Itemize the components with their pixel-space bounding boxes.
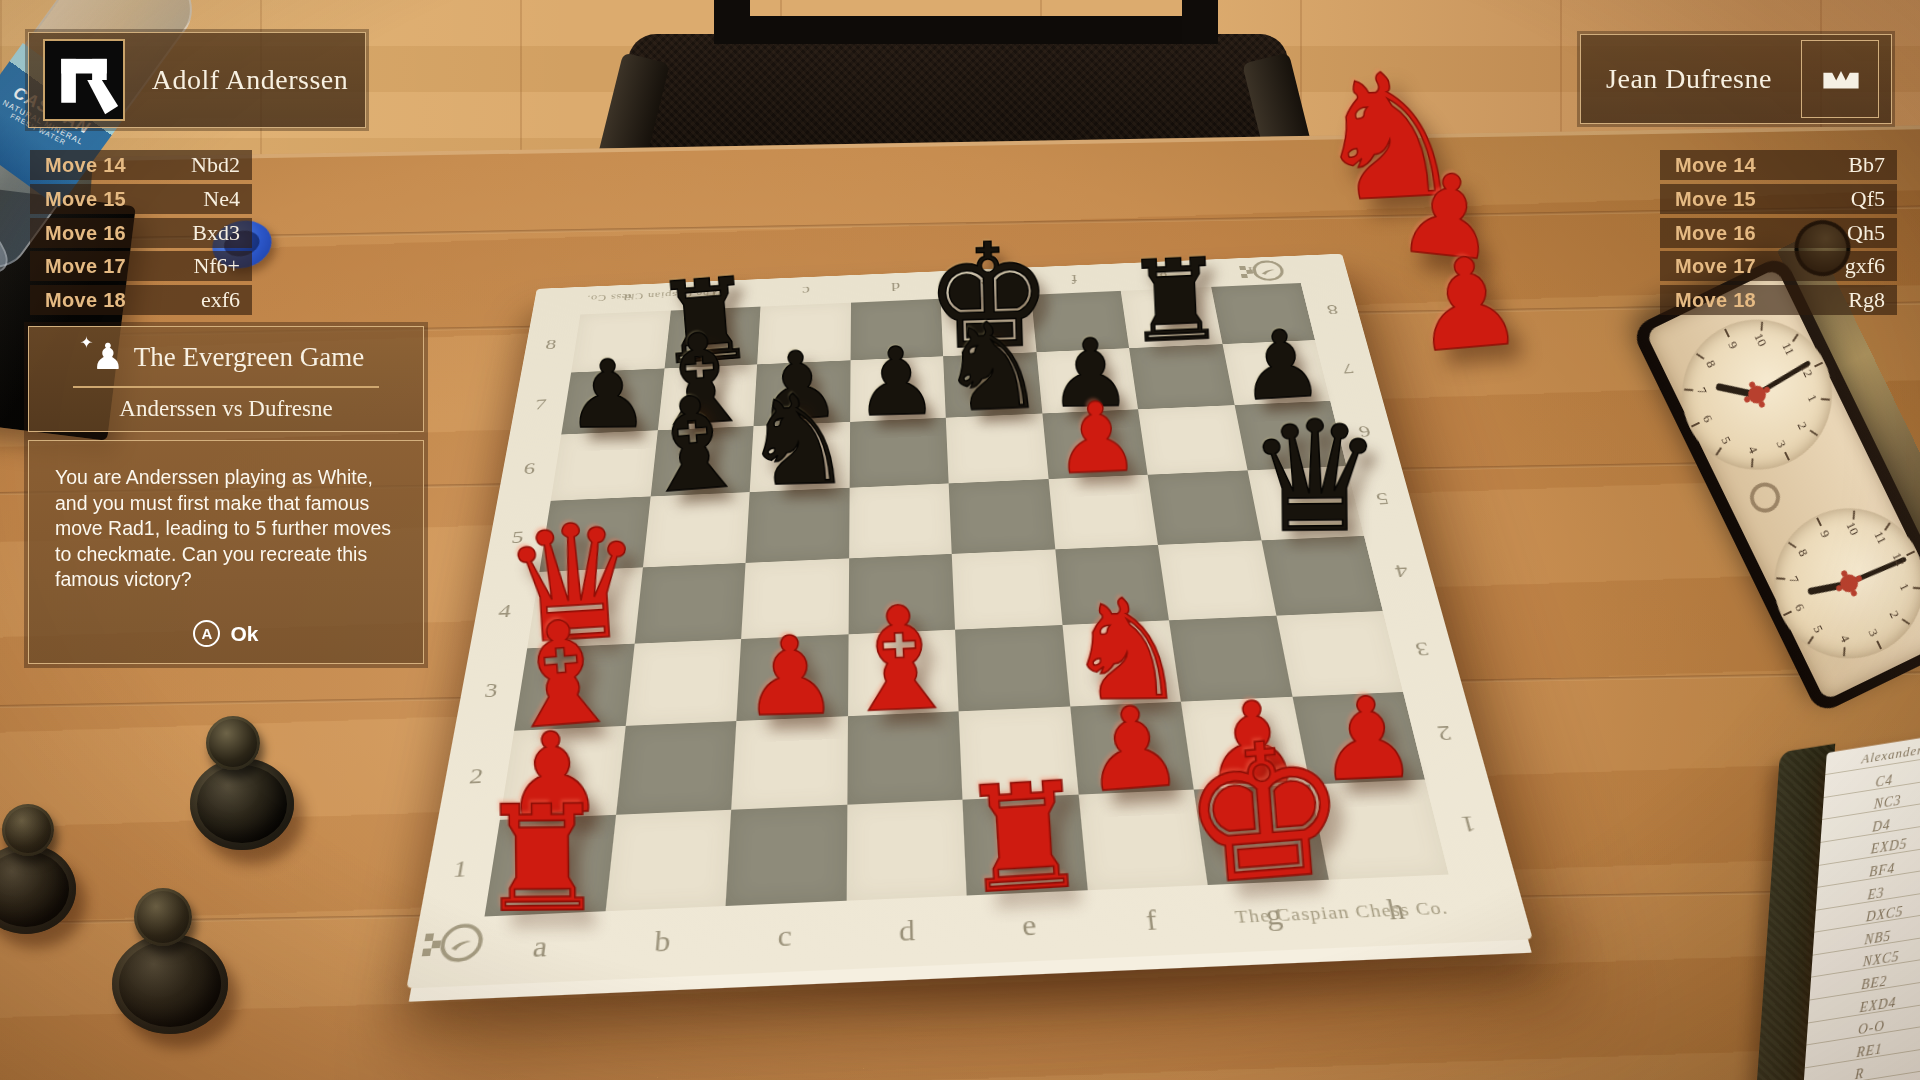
move-row-white-move-18[interactable]: Move 18exf6: [30, 285, 252, 315]
move-row-white-move-16[interactable]: Move 16Bxd3: [30, 218, 252, 248]
gamepad-a-icon: A: [193, 620, 220, 647]
clock-tick: [1715, 447, 1722, 456]
clock-tick: [1816, 517, 1822, 526]
player-name-white: Adolf Anderssen: [141, 64, 359, 96]
move-row-black-move-17[interactable]: Move 17gxf6: [1660, 251, 1897, 281]
move-number-label: Move 16: [1660, 222, 1756, 245]
move-number-label: Move 17: [1660, 255, 1756, 278]
clock-tick: [1807, 636, 1814, 645]
red-pawn-f6[interactable]: ♟: [1018, 387, 1177, 490]
move-row-black-move-16[interactable]: Move 16Qh5: [1660, 218, 1897, 248]
challenge-description: You are Anderssen playing as White, and …: [29, 441, 423, 593]
move-number-label: Move 16: [30, 222, 126, 245]
clock-numeral: 3: [1862, 622, 1883, 643]
clock-numeral: 2: [1792, 415, 1813, 436]
clock-tick: [1876, 640, 1882, 649]
crown-icon: [1821, 65, 1861, 95]
clock-tick: [1784, 452, 1790, 461]
move-san: Rg8: [1848, 287, 1897, 313]
black-queen-h5[interactable]: ♛: [1234, 401, 1396, 555]
challenge-description-panel: You are Anderssen playing as White, and …: [28, 440, 424, 664]
clock-numeral: 3: [1770, 433, 1791, 454]
clock-tick: [1902, 618, 1911, 625]
clock-numeral: 4: [1835, 628, 1856, 649]
red-king-g1[interactable]: ♚: [1164, 713, 1366, 913]
move-san: Nbd2: [191, 152, 252, 178]
move-row-black-move-15[interactable]: Move 15Qf5: [1660, 184, 1897, 214]
move-row-white-move-14[interactable]: Move 14Nbd2: [30, 150, 252, 180]
move-row-black-move-14[interactable]: Move 14Bb7: [1660, 150, 1897, 180]
crown-icon-frame: [1801, 40, 1879, 118]
clock-tick: [1783, 611, 1792, 617]
clock-numeral: 8: [1701, 353, 1722, 374]
clock-numeral: 4: [1742, 439, 1763, 460]
chair-top-rail: [735, 16, 1209, 44]
clock-tick: [1906, 550, 1915, 556]
move-number-label: Move 17: [30, 255, 126, 278]
move-number-label: Move 14: [30, 154, 126, 177]
score-notepad: Alexander K C4NC3D4EXD5BF4E3DXC5NB5NXC5B…: [1770, 717, 1920, 1080]
challenge-title: The Evergreen Game: [134, 342, 364, 373]
move-number-label: Move 14: [1660, 154, 1756, 177]
chair-post-left: [714, 0, 750, 44]
wind-key-ring: [1745, 478, 1785, 518]
move-number-label: Move 18: [1660, 289, 1756, 312]
challenge-title-panel: ✦♟ The Evergreen Game Anderssen vs Dufre…: [28, 326, 424, 432]
publisher-logo-glyph: [45, 41, 123, 119]
clock-tick: [1843, 647, 1846, 656]
clock-tick: [1691, 422, 1700, 428]
clock-numeral: 9: [1722, 334, 1743, 355]
clock-tick: [1776, 577, 1785, 580]
pawn-star-icon: ✦♟: [88, 337, 122, 377]
challenge-subtitle: Anderssen vs Dufresne: [29, 396, 423, 422]
clock-tick: [1684, 389, 1693, 392]
player-card-black: Jean Dufresne: [1580, 34, 1892, 124]
move-san: Ne4: [203, 186, 252, 212]
square-e5[interactable]: [949, 479, 1055, 554]
move-row-white-move-17[interactable]: Move 17Nf6+: [30, 251, 252, 281]
move-san: exf6: [201, 287, 252, 313]
clock-numeral: 12: [1796, 360, 1817, 381]
board-mat: aabbccddeeffgghh1122334455667788The Casp…: [406, 254, 1533, 989]
move-row-black-move-18[interactable]: Move 18Rg8: [1660, 285, 1897, 315]
player-card-white: Adolf Anderssen: [28, 32, 366, 128]
player-name-black: Jean Dufresne: [1591, 63, 1787, 95]
clock-numeral: 10: [1842, 518, 1863, 539]
clock-numeral: 7: [1691, 380, 1712, 401]
red-rook-e1[interactable]: ♜: [926, 760, 1123, 917]
clock-numeral: 6: [1697, 408, 1718, 429]
divider: [73, 386, 379, 388]
move-number-label: Move 15: [1660, 188, 1756, 211]
move-row-white-move-15[interactable]: Move 15Ne4: [30, 184, 252, 214]
clock-numeral: 11: [1869, 527, 1890, 548]
red-bishop-d3[interactable]: ♝: [811, 584, 990, 734]
move-number-label: Move 15: [30, 188, 126, 211]
clock-numeral: 9: [1814, 523, 1835, 544]
game-scene: STILL CASPIAN NATURAL MINERAL FRESH WATE…: [0, 0, 1920, 1080]
move-san: Bxd3: [192, 220, 252, 246]
clock-tick: [1810, 430, 1819, 437]
move-number-label: Move 18: [30, 289, 126, 312]
clock-numeral: 2: [1884, 603, 1905, 624]
clock-tick: [1724, 329, 1730, 338]
clock-tick: [1788, 542, 1797, 549]
clock-numeral: 1: [1893, 577, 1914, 598]
square-c1[interactable]: [726, 805, 847, 906]
clock-numeral: 7: [1784, 569, 1805, 590]
clock-tick: [1884, 522, 1891, 531]
red-rook-a1[interactable]: ♜: [447, 786, 636, 933]
clock-numeral: 1: [1801, 388, 1822, 409]
clock-hub: [1837, 571, 1861, 595]
clock-numeral: 10: [1750, 329, 1771, 350]
move-san: Bb7: [1848, 152, 1897, 178]
move-san: Qh5: [1847, 220, 1897, 246]
clock-numeral: 11: [1777, 338, 1798, 359]
clock-numeral: 6: [1789, 597, 1810, 618]
ok-button[interactable]: A Ok: [29, 620, 423, 647]
chessboard: aabbccddeeffgghh1122334455667788The Casp…: [463, 100, 1440, 1020]
file-label-bottom-c: c: [722, 901, 846, 973]
move-san: Nf6+: [193, 253, 252, 279]
move-san: Qf5: [1851, 186, 1897, 212]
publisher-logo: [43, 39, 125, 121]
clock-tick: [1751, 458, 1754, 467]
ok-button-label: Ok: [230, 622, 258, 646]
clock-tick: [1792, 334, 1799, 343]
clock-tick: [1814, 362, 1823, 368]
clock-tick: [1696, 353, 1705, 360]
chair-post-right: [1182, 0, 1218, 44]
clock-numeral: 8: [1793, 542, 1814, 563]
move-san: gxf6: [1845, 253, 1897, 279]
captured-red-pawn: ♟: [1407, 237, 1529, 370]
